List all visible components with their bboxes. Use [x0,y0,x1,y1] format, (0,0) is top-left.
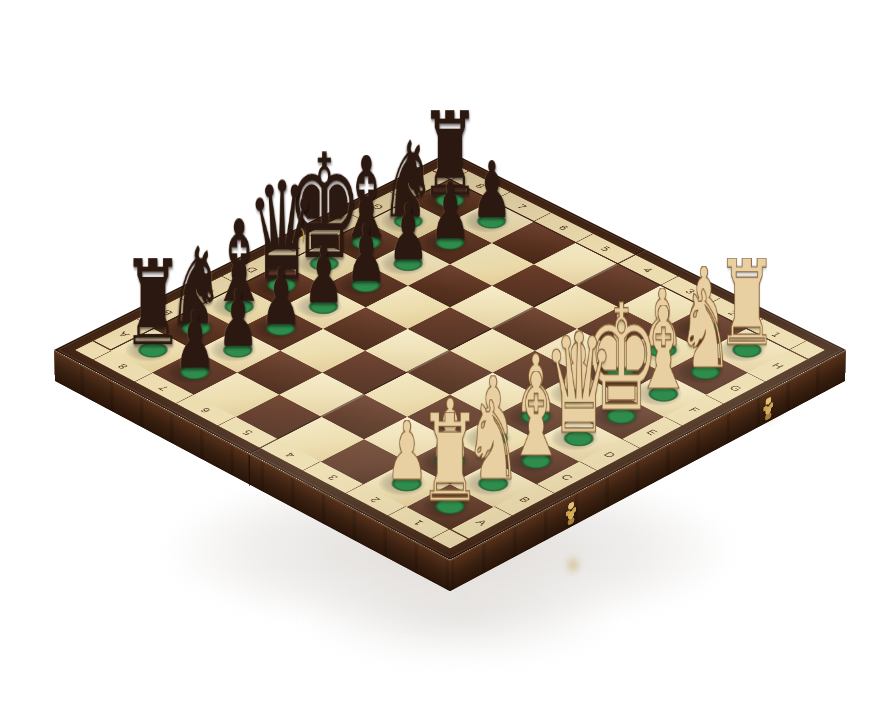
coordinate-label: D [243,265,260,274]
coordinate-label: H [411,181,428,189]
coordinate-label: 6 [556,224,571,232]
clasp-reflection [566,552,580,578]
piece-white-rook-a1[interactable]: ♜ [407,484,494,530]
product-photo-stage: Angled photo of a wooden folding chess s… [0,0,884,708]
pawn-icon: ♟ [174,309,216,371]
coordinate-label: 5 [598,245,613,253]
board-top-face: 87654321 87654321 HGFEDCBA HGFEDCBA ♜♞♝♛… [54,152,846,560]
coordinate-label: 7 [514,203,529,211]
coordinate-label: G [369,202,386,211]
coordinate-label: 8 [473,182,488,190]
coordinate-label: F [328,223,344,231]
coordinate-label: E [286,244,303,252]
fold-seam-side [248,455,250,487]
chess-board: 87654321 87654321 HGFEDCBA HGFEDCBA ♜♞♝♛… [54,152,846,560]
rook-icon: ♜ [419,412,482,506]
